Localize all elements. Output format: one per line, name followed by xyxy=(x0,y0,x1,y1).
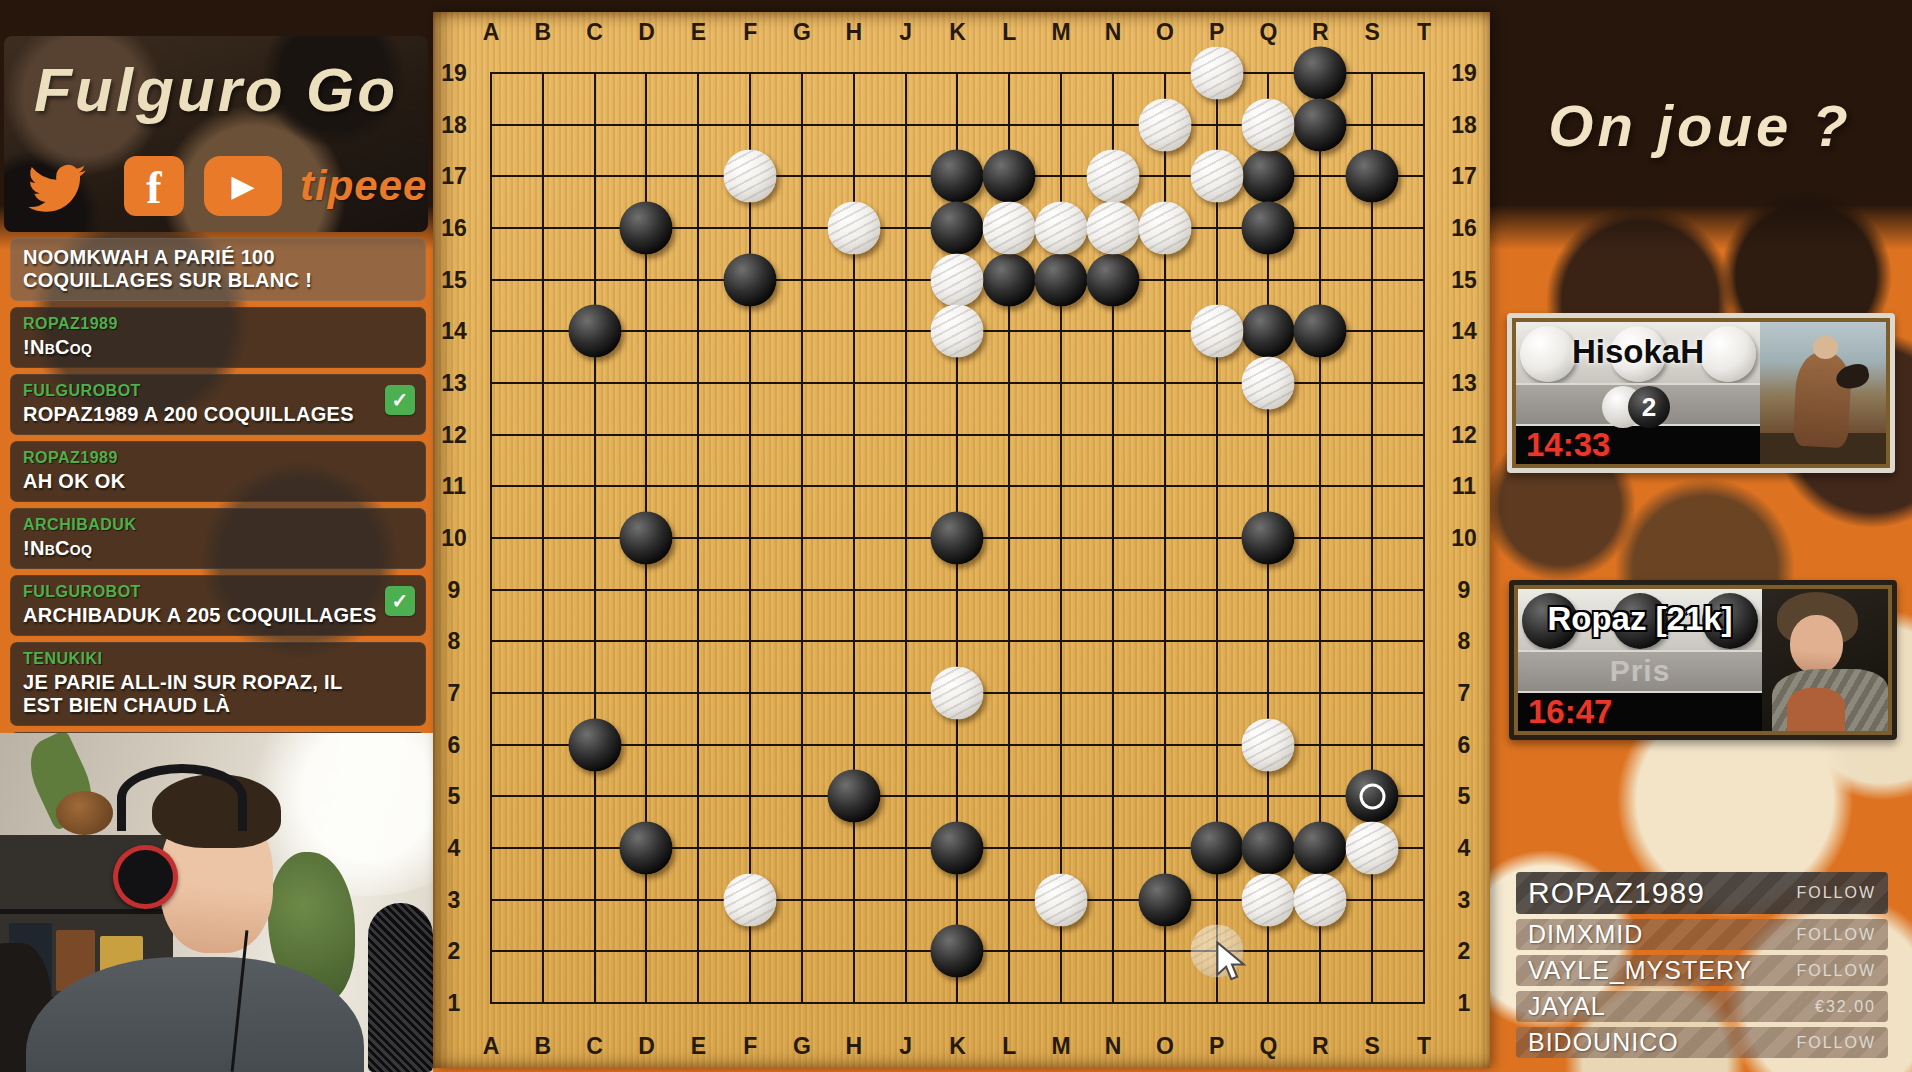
check-icon: ✓ xyxy=(385,586,415,616)
stone-white xyxy=(1242,718,1295,771)
chat-message: ROPAZ1989!NbCoq xyxy=(10,307,426,368)
row-label: 3 xyxy=(1458,886,1471,913)
stone-white xyxy=(1035,873,1088,926)
follower-row: ROPAZ1989FOLLOW xyxy=(1516,872,1888,914)
stone-black xyxy=(1190,822,1243,875)
player-name: Ropaz [21k] xyxy=(1547,600,1732,638)
row-label: 16 xyxy=(1451,215,1477,242)
stone-white xyxy=(724,873,777,926)
stone-black xyxy=(724,253,777,306)
follower-action: FOLLOW xyxy=(1796,1034,1876,1052)
row-label: 4 xyxy=(448,835,461,862)
social-links: f ▶ tipeee xyxy=(18,156,418,218)
stone-black xyxy=(1294,47,1347,100)
stone-black xyxy=(1346,770,1399,823)
col-label: C xyxy=(586,1033,603,1060)
row-label: 18 xyxy=(1451,111,1477,138)
stone-white xyxy=(827,202,880,255)
row-label: 4 xyxy=(1458,835,1471,862)
stone-white xyxy=(1294,873,1347,926)
col-label: E xyxy=(691,1033,706,1060)
col-label: T xyxy=(1417,1033,1431,1060)
col-label: O xyxy=(1156,1033,1174,1060)
chat-text: !NbCoq xyxy=(23,336,381,359)
row-label: 13 xyxy=(1451,370,1477,397)
col-label: H xyxy=(846,19,863,46)
chat-text: JE PARIE ALL-IN SUR ROPAZ, IL EST BIEN C… xyxy=(23,671,381,717)
stone-black xyxy=(1035,253,1088,306)
stone-white xyxy=(1242,98,1295,151)
col-label: K xyxy=(949,1033,966,1060)
row-label: 12 xyxy=(1451,421,1477,448)
headphones xyxy=(117,764,247,832)
col-label: O xyxy=(1156,19,1174,46)
stone-black xyxy=(620,202,673,255)
col-label: A xyxy=(483,1033,500,1060)
follower-name: VAYLE_MYSTERY xyxy=(1528,956,1752,985)
col-label: D xyxy=(638,1033,655,1060)
stone-black xyxy=(568,718,621,771)
row-label: 11 xyxy=(442,473,466,500)
stone-white xyxy=(931,667,984,720)
last-move-marker xyxy=(1359,783,1385,809)
player-avatar xyxy=(1762,589,1888,731)
stone-black xyxy=(1294,305,1347,358)
chat-message: ARCHIBADUK!NbCoq xyxy=(10,508,426,569)
stone-black xyxy=(1086,253,1139,306)
stone-white xyxy=(1086,150,1139,203)
clock-strip: 14:33 xyxy=(1516,426,1760,464)
row-label: 2 xyxy=(448,938,461,965)
row-label: 15 xyxy=(441,266,467,293)
row-label: 8 xyxy=(448,628,461,655)
twitter-icon[interactable] xyxy=(20,156,92,216)
col-label: L xyxy=(1002,1033,1016,1060)
clock-strip: 16:47 xyxy=(1518,693,1762,731)
player-card-white: HisokaH 2 14:33 xyxy=(1507,313,1895,473)
row-label: 2 xyxy=(1458,938,1471,965)
row-label: 6 xyxy=(448,731,461,758)
row-label: 10 xyxy=(1451,525,1477,552)
col-label: C xyxy=(586,19,603,46)
row-label: 10 xyxy=(441,525,467,552)
stone-black xyxy=(931,150,984,203)
row-label: 1 xyxy=(1458,990,1471,1017)
stone-black xyxy=(1242,150,1295,203)
chat-text: AH OK OK xyxy=(23,470,381,493)
stream-overlay: Fulguro Go f ▶ tipeee NOOMKWAH A PARIÉ 1… xyxy=(0,0,1912,1072)
stone-black xyxy=(1294,822,1347,875)
chat-message: TENUKIKIJE PARIE ALL-IN SUR ROPAZ, IL ES… xyxy=(10,642,426,726)
row-label: 14 xyxy=(441,318,467,345)
col-label: L xyxy=(1002,19,1016,46)
youtube-icon[interactable]: ▶ xyxy=(204,156,282,216)
row-label: 19 xyxy=(441,60,467,87)
chat-username: TENUKIKI xyxy=(23,650,381,668)
stone-white xyxy=(724,150,777,203)
col-label: B xyxy=(535,1033,552,1060)
col-label: A xyxy=(483,19,500,46)
row-label: 17 xyxy=(441,163,467,190)
follower-name: JAYAL xyxy=(1528,992,1606,1021)
follower-action: FOLLOW xyxy=(1796,926,1876,944)
row-label: 18 xyxy=(441,111,467,138)
col-label: K xyxy=(949,19,966,46)
stone-black xyxy=(983,253,1036,306)
row-label: 7 xyxy=(1458,680,1471,707)
row-label: 16 xyxy=(441,215,467,242)
webcam xyxy=(0,733,433,1072)
go-board[interactable]: AABBCCDDEEFFGGHHJJKKLLMMNNOOPPQQRRSSTT19… xyxy=(433,12,1490,1068)
row-label: 15 xyxy=(1451,266,1477,293)
row-label: 12 xyxy=(441,421,467,448)
stone-black xyxy=(931,202,984,255)
stone-white xyxy=(1190,305,1243,358)
follower-name: DIMXMID xyxy=(1528,920,1643,949)
stone-white xyxy=(1190,47,1243,100)
stone-black xyxy=(983,150,1036,203)
chat-text: ARCHIBADUK A 205 COQUILLAGES xyxy=(23,604,381,627)
stone-white xyxy=(1086,202,1139,255)
stone-white xyxy=(1138,202,1191,255)
player-name-strip: Ropaz [21k] xyxy=(1518,589,1762,650)
player-avatar xyxy=(1760,322,1886,464)
stone-black xyxy=(620,822,673,875)
headphone-earcup xyxy=(113,845,178,909)
col-label: M xyxy=(1052,1033,1071,1060)
col-label: E xyxy=(691,19,706,46)
row-label: 6 xyxy=(1458,731,1471,758)
stone-white xyxy=(1190,150,1243,203)
stone-black xyxy=(1242,822,1295,875)
col-label: N xyxy=(1105,1033,1122,1060)
col-label: S xyxy=(1364,19,1379,46)
stone-white xyxy=(1242,357,1295,410)
col-label: P xyxy=(1209,19,1224,46)
chat-message: ROPAZ1989AH OK OK xyxy=(10,441,426,502)
row-label: 17 xyxy=(1451,163,1477,190)
mouse-cursor-icon xyxy=(1214,941,1250,985)
follower-row: JAYAL€32.00 xyxy=(1516,991,1888,1022)
follower-row: VAYLE_MYSTERYFOLLOW xyxy=(1516,955,1888,986)
col-label: N xyxy=(1105,19,1122,46)
follower-row: DIMXMIDFOLLOW xyxy=(1516,919,1888,950)
row-label: 5 xyxy=(448,783,461,810)
col-label: G xyxy=(793,1033,811,1060)
chat-username: FULGUROBOT xyxy=(23,583,381,601)
player-clock: 14:33 xyxy=(1526,426,1610,464)
brand-title: Fulguro Go xyxy=(4,54,428,125)
chat-username: FULGUROBOT xyxy=(23,382,381,400)
col-label: F xyxy=(743,19,757,46)
row-label: 19 xyxy=(1451,60,1477,87)
follower-name: BIDOUNICO xyxy=(1528,1028,1679,1057)
stone-white xyxy=(931,253,984,306)
stone-white xyxy=(1346,822,1399,875)
stone-black xyxy=(1242,305,1295,358)
facebook-icon[interactable]: f xyxy=(124,156,184,216)
player-clock: 16:47 xyxy=(1528,693,1612,731)
col-label: M xyxy=(1052,19,1071,46)
stone-black xyxy=(1294,98,1347,151)
row-label: 14 xyxy=(1451,318,1477,345)
stone-black xyxy=(931,925,984,978)
col-label: J xyxy=(899,1033,912,1060)
stone-white xyxy=(931,305,984,358)
chat-username: ROPAZ1989 xyxy=(23,449,381,467)
row-label: 3 xyxy=(448,886,461,913)
col-label: P xyxy=(1209,1033,1224,1060)
white-stone-icon xyxy=(1520,326,1576,382)
follower-list: ROPAZ1989FOLLOWDIMXMIDFOLLOWVAYLE_MYSTER… xyxy=(1516,872,1888,1063)
row-label: 8 xyxy=(1458,628,1471,655)
follower-name: ROPAZ1989 xyxy=(1528,876,1705,910)
follower-action: FOLLOW xyxy=(1796,962,1876,980)
chat-panel: NOOMKWAH A PARIÉ 100 COQUILLAGES SUR BLA… xyxy=(10,238,426,799)
chat-message: FULGUROBOTARCHIBADUK A 205 COQUILLAGES✓ xyxy=(10,575,426,636)
col-label: R xyxy=(1312,1033,1329,1060)
col-label: H xyxy=(846,1033,863,1060)
stone-black xyxy=(1138,873,1191,926)
capture-count: 2 xyxy=(1628,386,1670,428)
follower-action: FOLLOW xyxy=(1796,884,1876,902)
row-label: 13 xyxy=(441,370,467,397)
chat-text: !NbCoq xyxy=(23,537,381,560)
col-label: D xyxy=(638,19,655,46)
col-label: F xyxy=(743,1033,757,1060)
microphone xyxy=(368,903,433,1072)
stone-white xyxy=(983,202,1036,255)
row-label: 1 xyxy=(448,990,461,1017)
row-label: 5 xyxy=(1458,783,1471,810)
player-name: HisokaH xyxy=(1572,333,1704,371)
row-label: 9 xyxy=(1458,576,1471,603)
stone-white xyxy=(1138,98,1191,151)
stone-black xyxy=(931,512,984,565)
col-label: J xyxy=(899,19,912,46)
row-label: 9 xyxy=(448,576,461,603)
chat-message: NOOMKWAH A PARIÉ 100 COQUILLAGES SUR BLA… xyxy=(10,238,426,301)
stone-black xyxy=(931,822,984,875)
col-label: R xyxy=(1312,19,1329,46)
col-label: Q xyxy=(1260,1033,1278,1060)
chat-username: ARCHIBADUK xyxy=(23,516,381,534)
col-label: S xyxy=(1364,1033,1379,1060)
player-card-black: Ropaz [21k] Pris 16:47 xyxy=(1509,580,1897,740)
row-label: 7 xyxy=(448,680,461,707)
chat-text: NOOMKWAH A PARIÉ 100 COQUILLAGES SUR BLA… xyxy=(23,246,381,292)
stone-black xyxy=(620,512,673,565)
tagline: On joue ? xyxy=(1495,92,1905,159)
follower-row: BIDOUNICOFOLLOW xyxy=(1516,1027,1888,1058)
chat-message: FULGUROBOTROPAZ1989 A 200 COQUILLAGES✓ xyxy=(10,374,426,435)
chat-text: ROPAZ1989 A 200 COQUILLAGES xyxy=(23,403,381,426)
stone-white xyxy=(1035,202,1088,255)
col-label: G xyxy=(793,19,811,46)
white-stone-icon xyxy=(1700,326,1756,382)
captures-label: Pris xyxy=(1610,654,1671,688)
stone-black xyxy=(1346,150,1399,203)
stone-white xyxy=(1242,873,1295,926)
player-name-strip: HisokaH xyxy=(1516,322,1760,383)
stone-black xyxy=(1242,512,1295,565)
col-label: Q xyxy=(1260,19,1278,46)
brand-panel: Fulguro Go f ▶ tipeee xyxy=(4,36,428,232)
follower-action: €32.00 xyxy=(1815,998,1876,1016)
captures-strip: 2 xyxy=(1516,383,1760,426)
stone-black xyxy=(827,770,880,823)
stone-black xyxy=(568,305,621,358)
col-label: B xyxy=(535,19,552,46)
row-label: 11 xyxy=(1452,473,1476,500)
chat-username: ROPAZ1989 xyxy=(23,315,381,333)
tipeee-logo[interactable]: tipeee xyxy=(300,162,427,210)
stone-black xyxy=(1242,202,1295,255)
captures-strip: Pris xyxy=(1518,650,1762,693)
check-icon: ✓ xyxy=(385,385,415,415)
col-label: T xyxy=(1417,19,1431,46)
